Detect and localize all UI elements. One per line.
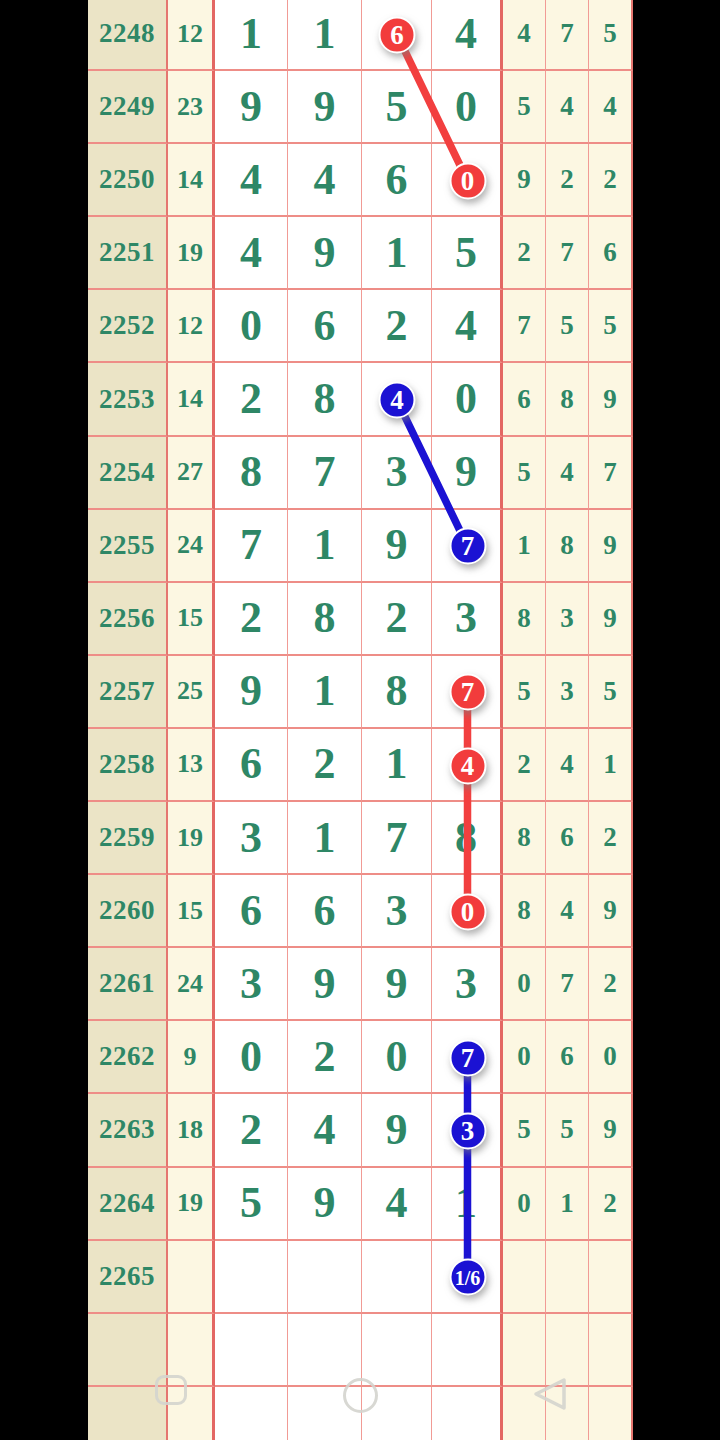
- cell-value: 4: [314, 1108, 336, 1152]
- recents-square-icon[interactable]: [155, 1375, 187, 1405]
- cell-value: 9: [603, 897, 617, 924]
- cell-2257-issue: 2257: [88, 656, 168, 729]
- cell-value: 6: [240, 742, 262, 786]
- cell-2260-issue: 2260: [88, 875, 168, 948]
- cell-2264-s3: 2: [589, 1168, 633, 1241]
- cell-value: 2: [517, 239, 531, 266]
- cell-value: 3: [455, 962, 477, 1006]
- cell-value: 2263: [99, 1116, 155, 1143]
- home-circle-icon[interactable]: [343, 1378, 378, 1413]
- cell-value: 6: [560, 824, 574, 851]
- cell-2254-issue: 2254: [88, 437, 168, 510]
- cell-2260-d2: 6: [288, 875, 362, 948]
- cell-value: 7: [386, 816, 408, 860]
- cell-2262-s2: 6: [546, 1021, 589, 1094]
- cell-value: 0: [455, 85, 477, 129]
- cell-value: 7: [560, 20, 574, 47]
- cell-value: 9: [517, 166, 531, 193]
- cell-2249-sum: 23: [168, 71, 215, 144]
- cell-value: 2: [314, 1035, 336, 1079]
- cell-value: 8: [517, 605, 531, 632]
- cell-value: 2248: [99, 20, 155, 47]
- cell-2248-issue: 2248: [88, 0, 168, 71]
- cell-2263-issue: 2263: [88, 1094, 168, 1167]
- marker-2257-d4-red[interactable]: 7: [449, 674, 486, 711]
- cell-2263-d1: 2: [215, 1094, 288, 1167]
- cell-value: 9: [314, 1181, 336, 1225]
- cell-value: 5: [517, 93, 531, 120]
- cell-value: 6: [603, 239, 617, 266]
- cell-value: 4: [386, 1181, 408, 1225]
- cell-value: 2258: [99, 751, 155, 778]
- marker-2258-d4-red[interactable]: 4: [449, 747, 486, 784]
- cell-2251-d1: 4: [215, 217, 288, 290]
- cell-value: 1: [314, 669, 336, 713]
- cell-2259-s2: 6: [546, 802, 589, 875]
- marker-label: 7: [461, 679, 475, 706]
- cell-2250-s1: 9: [503, 144, 546, 217]
- cell-empty-18-d2: [288, 1314, 362, 1387]
- cell-value: 9: [240, 669, 262, 713]
- cell-2256-s3: 9: [589, 583, 633, 656]
- marker-2248-d3-red[interactable]: 6: [379, 16, 416, 53]
- cell-2260-d3: 3: [362, 875, 432, 948]
- cell-value: 1: [560, 1190, 574, 1217]
- cell-value: 0: [603, 1043, 617, 1070]
- cell-value: 9: [314, 962, 336, 1006]
- cell-empty-19-d4: [432, 1387, 503, 1440]
- back-triangle-icon[interactable]: [529, 1376, 569, 1412]
- cell-2262-d1: 0: [215, 1021, 288, 1094]
- cell-value: 6: [314, 304, 336, 348]
- cell-2252-sum: 12: [168, 290, 215, 363]
- cell-value: 1: [386, 742, 408, 786]
- cell-value: 12: [177, 313, 203, 339]
- cell-2249-d2: 9: [288, 71, 362, 144]
- cell-value: 3: [386, 889, 408, 933]
- cell-value: 9: [240, 85, 262, 129]
- cell-2263-s3: 9: [589, 1094, 633, 1167]
- cell-2264-sum: 19: [168, 1168, 215, 1241]
- cell-2263-s1: 5: [503, 1094, 546, 1167]
- cell-2262-d2: 2: [288, 1021, 362, 1094]
- cell-value: 2: [240, 596, 262, 640]
- cell-2260-d1: 6: [215, 875, 288, 948]
- cell-2265-d2: [288, 1241, 362, 1314]
- cell-value: 4: [560, 897, 574, 924]
- cell-2260-s3: 9: [589, 875, 633, 948]
- cell-value: 2: [603, 1190, 617, 1217]
- cell-2258-d1: 6: [215, 729, 288, 802]
- cell-2254-d2: 7: [288, 437, 362, 510]
- cell-value: 5: [517, 459, 531, 486]
- marker-2253-d3-blue[interactable]: 4: [379, 382, 416, 419]
- cell-value: 2264: [99, 1190, 155, 1217]
- cell-value: 1: [386, 231, 408, 275]
- cell-2258-d2: 2: [288, 729, 362, 802]
- cell-value: 9: [603, 1116, 617, 1143]
- cell-2248-d2: 1: [288, 0, 362, 71]
- cell-value: 2: [603, 166, 617, 193]
- marker-2260-d4-red[interactable]: 0: [449, 893, 486, 930]
- cell-value: 0: [455, 377, 477, 421]
- cell-empty-18-d4: [432, 1314, 503, 1387]
- cell-2259-issue: 2259: [88, 802, 168, 875]
- cell-2262-sum: 9: [168, 1021, 215, 1094]
- cell-2260-s1: 8: [503, 875, 546, 948]
- cell-value: 3: [240, 816, 262, 860]
- cell-value: 1: [240, 12, 262, 56]
- cell-value: 3: [386, 450, 408, 494]
- cell-value: 2261: [99, 970, 155, 997]
- cell-value: 2254: [99, 459, 155, 486]
- marker-2250-d4-red[interactable]: 0: [449, 162, 486, 199]
- cell-2256-s1: 8: [503, 583, 546, 656]
- cell-2253-s2: 8: [546, 363, 589, 436]
- cell-2265-s3: [589, 1241, 633, 1314]
- cell-2264-s1: 0: [503, 1168, 546, 1241]
- marker-2265-d4-blue[interactable]: 1/6: [449, 1259, 486, 1296]
- cell-2255-d1: 7: [215, 510, 288, 583]
- cell-2253-sum: 14: [168, 363, 215, 436]
- cell-2254-s3: 7: [589, 437, 633, 510]
- cell-2250-s2: 2: [546, 144, 589, 217]
- cell-2258-issue: 2258: [88, 729, 168, 802]
- cell-value: 2256: [99, 605, 155, 632]
- cell-value: 2252: [99, 312, 155, 339]
- cell-2253-d4: 0: [432, 363, 503, 436]
- cell-2256-d2: 8: [288, 583, 362, 656]
- cell-2255-d3: 9: [362, 510, 432, 583]
- cell-2265-sum: [168, 1241, 215, 1314]
- cell-value: 5: [603, 20, 617, 47]
- cell-value: 2: [240, 377, 262, 421]
- cell-value: 0: [517, 1043, 531, 1070]
- cell-value: 9: [603, 605, 617, 632]
- cell-2248-s1: 4: [503, 0, 546, 71]
- cell-2261-d1: 3: [215, 948, 288, 1021]
- cell-2260-sum: 15: [168, 875, 215, 948]
- cell-2252-d4: 4: [432, 290, 503, 363]
- cell-2261-issue: 2261: [88, 948, 168, 1021]
- cell-value: 2: [240, 1108, 262, 1152]
- cell-value: 2259: [99, 824, 155, 851]
- cell-2259-d3: 7: [362, 802, 432, 875]
- cell-2256-d4: 3: [432, 583, 503, 656]
- cell-2257-d3: 8: [362, 656, 432, 729]
- cell-2251-d4: 5: [432, 217, 503, 290]
- cell-2264-d1: 5: [215, 1168, 288, 1241]
- marker-label: 7: [461, 533, 475, 560]
- cell-2258-s2: 4: [546, 729, 589, 802]
- cell-2249-d3: 5: [362, 71, 432, 144]
- cell-2249-s3: 4: [589, 71, 633, 144]
- cell-2262-s1: 0: [503, 1021, 546, 1094]
- cell-value: 2255: [99, 532, 155, 559]
- marker-label: 3: [461, 1118, 475, 1145]
- marker-2263-d4-blue[interactable]: 3: [449, 1113, 486, 1150]
- cell-2252-s2: 5: [546, 290, 589, 363]
- marker-label: 0: [461, 898, 475, 925]
- cell-value: 4: [560, 751, 574, 778]
- cell-2264-d4: 1: [432, 1168, 503, 1241]
- cell-value: 15: [177, 605, 203, 631]
- cell-2254-d1: 8: [215, 437, 288, 510]
- cell-2252-s1: 7: [503, 290, 546, 363]
- cell-2250-sum: 14: [168, 144, 215, 217]
- cell-2264-s2: 1: [546, 1168, 589, 1241]
- cell-value: 2: [517, 751, 531, 778]
- cell-value: 8: [455, 816, 477, 860]
- cell-2252-d3: 2: [362, 290, 432, 363]
- cell-2252-issue: 2252: [88, 290, 168, 363]
- cell-2249-s2: 4: [546, 71, 589, 144]
- cell-2253-issue: 2253: [88, 363, 168, 436]
- cell-value: 2: [386, 596, 408, 640]
- cell-2255-s1: 1: [503, 510, 546, 583]
- marker-label: 1/6: [455, 1267, 481, 1287]
- cell-2263-d2: 4: [288, 1094, 362, 1167]
- cell-2255-d2: 1: [288, 510, 362, 583]
- cell-2255-issue: 2255: [88, 510, 168, 583]
- cell-value: 12: [177, 21, 203, 47]
- cell-value: 5: [603, 312, 617, 339]
- cell-value: 8: [240, 450, 262, 494]
- cell-value: 4: [240, 231, 262, 275]
- cell-2262-issue: 2262: [88, 1021, 168, 1094]
- cell-value: 4: [560, 93, 574, 120]
- cell-2259-s3: 2: [589, 802, 633, 875]
- cell-2250-issue: 2250: [88, 144, 168, 217]
- cell-2263-sum: 18: [168, 1094, 215, 1167]
- cell-value: 4: [240, 158, 262, 202]
- cell-value: 8: [560, 386, 574, 413]
- cell-2261-d3: 9: [362, 948, 432, 1021]
- cell-value: 9: [603, 532, 617, 559]
- cell-2261-s3: 2: [589, 948, 633, 1021]
- cell-value: 8: [314, 596, 336, 640]
- cell-value: 3: [455, 596, 477, 640]
- cell-2251-issue: 2251: [88, 217, 168, 290]
- cell-2263-s2: 5: [546, 1094, 589, 1167]
- cell-value: 8: [517, 824, 531, 851]
- cell-2256-d1: 2: [215, 583, 288, 656]
- cell-value: 7: [240, 523, 262, 567]
- cell-2254-sum: 27: [168, 437, 215, 510]
- cell-value: 7: [560, 239, 574, 266]
- cell-2249-issue: 2249: [88, 71, 168, 144]
- cell-value: 24: [177, 532, 203, 558]
- cell-value: 15: [177, 898, 203, 924]
- cell-2265-s2: [546, 1241, 589, 1314]
- cell-value: 2: [560, 166, 574, 193]
- cell-2259-s1: 8: [503, 802, 546, 875]
- cell-2254-s2: 4: [546, 437, 589, 510]
- cell-value: 2249: [99, 93, 155, 120]
- cell-2262-s3: 0: [589, 1021, 633, 1094]
- marker-label: 6: [390, 21, 404, 48]
- cell-2257-s2: 3: [546, 656, 589, 729]
- cell-2264-d2: 9: [288, 1168, 362, 1241]
- cell-value: 5: [560, 1116, 574, 1143]
- cell-2265-s1: [503, 1241, 546, 1314]
- cell-value: 7: [314, 450, 336, 494]
- cell-value: 2: [603, 970, 617, 997]
- cell-2248-s3: 5: [589, 0, 633, 71]
- cell-value: 8: [386, 669, 408, 713]
- cell-value: 6: [386, 158, 408, 202]
- cell-2256-s2: 3: [546, 583, 589, 656]
- cell-value: 14: [177, 386, 203, 412]
- cell-2249-d4: 0: [432, 71, 503, 144]
- cell-value: 3: [560, 678, 574, 705]
- cell-value: 0: [240, 1035, 262, 1079]
- cell-2254-d3: 3: [362, 437, 432, 510]
- cell-2248-d1: 1: [215, 0, 288, 71]
- cell-2250-d3: 6: [362, 144, 432, 217]
- cell-2257-s3: 5: [589, 656, 633, 729]
- cell-value: 6: [517, 386, 531, 413]
- marker-2255-d4-blue[interactable]: 7: [449, 528, 486, 565]
- cell-value: 1: [603, 751, 617, 778]
- cell-value: 5: [455, 231, 477, 275]
- cell-2253-s1: 6: [503, 363, 546, 436]
- cell-value: 7: [517, 312, 531, 339]
- cell-2261-d2: 9: [288, 948, 362, 1021]
- lottery-trend-chart-screen: 2248121144752249239950544225014446922225…: [0, 0, 720, 1440]
- cell-value: 8: [314, 377, 336, 421]
- left-letterbox: [0, 0, 88, 1440]
- cell-2263-d3: 9: [362, 1094, 432, 1167]
- cell-value: 0: [386, 1035, 408, 1079]
- cell-value: 0: [517, 970, 531, 997]
- cell-value: 8: [517, 897, 531, 924]
- cell-value: 9: [314, 231, 336, 275]
- cell-2251-s3: 6: [589, 217, 633, 290]
- cell-value: 5: [386, 85, 408, 129]
- cell-value: 2262: [99, 1043, 155, 1070]
- cell-2256-d3: 2: [362, 583, 432, 656]
- cell-2261-s2: 7: [546, 948, 589, 1021]
- cell-2261-d4: 3: [432, 948, 503, 1021]
- marker-2262-d4-blue[interactable]: 7: [449, 1039, 486, 1076]
- cell-2258-sum: 13: [168, 729, 215, 802]
- cell-value: 6: [240, 889, 262, 933]
- cell-2257-d1: 9: [215, 656, 288, 729]
- cell-2257-sum: 25: [168, 656, 215, 729]
- cell-2251-sum: 19: [168, 217, 215, 290]
- cell-2255-sum: 24: [168, 510, 215, 583]
- cell-value: 4: [603, 93, 617, 120]
- cell-empty-18-s3: [589, 1314, 633, 1387]
- cell-value: 2251: [99, 239, 155, 266]
- cell-2252-d2: 6: [288, 290, 362, 363]
- cell-2251-d3: 1: [362, 217, 432, 290]
- cell-empty-18-issue: [88, 1314, 168, 1387]
- cell-2259-d1: 3: [215, 802, 288, 875]
- cell-2258-s1: 2: [503, 729, 546, 802]
- cell-value: 9: [314, 85, 336, 129]
- cell-empty-18-d1: [215, 1314, 288, 1387]
- cell-value: 19: [177, 240, 203, 266]
- cell-2261-sum: 24: [168, 948, 215, 1021]
- cell-value: 18: [177, 1117, 203, 1143]
- cell-value: 19: [177, 1190, 203, 1216]
- cell-2265-issue: 2265: [88, 1241, 168, 1314]
- cell-2249-s1: 5: [503, 71, 546, 144]
- cell-2264-issue: 2264: [88, 1168, 168, 1241]
- cell-value: 24: [177, 971, 203, 997]
- cell-2251-d2: 9: [288, 217, 362, 290]
- cell-2255-s2: 8: [546, 510, 589, 583]
- cell-value: 4: [455, 304, 477, 348]
- cell-2252-s3: 5: [589, 290, 633, 363]
- cell-value: 6: [560, 1043, 574, 1070]
- cell-2265-d3: [362, 1241, 432, 1314]
- cell-value: 9: [386, 962, 408, 1006]
- cell-value: 5: [517, 678, 531, 705]
- cell-value: 3: [560, 605, 574, 632]
- cell-2256-issue: 2256: [88, 583, 168, 656]
- marker-label: 4: [461, 752, 475, 779]
- cell-value: 1: [314, 816, 336, 860]
- cell-2251-s2: 7: [546, 217, 589, 290]
- cell-2253-d1: 2: [215, 363, 288, 436]
- cell-value: 2: [603, 824, 617, 851]
- cell-empty-19-s3: [589, 1387, 633, 1440]
- cell-value: 25: [177, 678, 203, 704]
- cell-value: 2253: [99, 386, 155, 413]
- cell-value: 2257: [99, 678, 155, 705]
- cell-value: 27: [177, 459, 203, 485]
- cell-2254-d4: 9: [432, 437, 503, 510]
- cell-value: 9: [455, 450, 477, 494]
- cell-empty-18-d3: [362, 1314, 432, 1387]
- cell-2259-d4: 8: [432, 802, 503, 875]
- cell-value: 7: [603, 459, 617, 486]
- cell-value: 9: [386, 1108, 408, 1152]
- cell-value: 1: [314, 523, 336, 567]
- cell-2262-d3: 0: [362, 1021, 432, 1094]
- cell-value: 9: [184, 1044, 197, 1070]
- cell-2249-d1: 9: [215, 71, 288, 144]
- cell-value: 5: [517, 1116, 531, 1143]
- cell-value: 13: [177, 751, 203, 777]
- cell-2254-s1: 5: [503, 437, 546, 510]
- cell-2260-s2: 4: [546, 875, 589, 948]
- cell-2251-s1: 2: [503, 217, 546, 290]
- cell-2258-s3: 1: [589, 729, 633, 802]
- cell-value: 14: [177, 167, 203, 193]
- cell-2253-d2: 8: [288, 363, 362, 436]
- cell-empty-19-d1: [215, 1387, 288, 1440]
- cell-value: 1: [517, 532, 531, 559]
- cell-value: 23: [177, 94, 203, 120]
- cell-value: 9: [386, 523, 408, 567]
- cell-value: 1: [314, 12, 336, 56]
- cell-2256-sum: 15: [168, 583, 215, 656]
- cell-2255-s3: 9: [589, 510, 633, 583]
- cell-2250-d1: 4: [215, 144, 288, 217]
- cell-value: 5: [240, 1181, 262, 1225]
- cell-value: 4: [560, 459, 574, 486]
- trend-chart-grid: 2248121144752249239950544225014446922225…: [88, 0, 633, 1440]
- cell-2258-d3: 1: [362, 729, 432, 802]
- cell-value: 6: [314, 889, 336, 933]
- cell-value: 3: [240, 962, 262, 1006]
- right-letterbox: [633, 0, 720, 1440]
- cell-value: 7: [560, 970, 574, 997]
